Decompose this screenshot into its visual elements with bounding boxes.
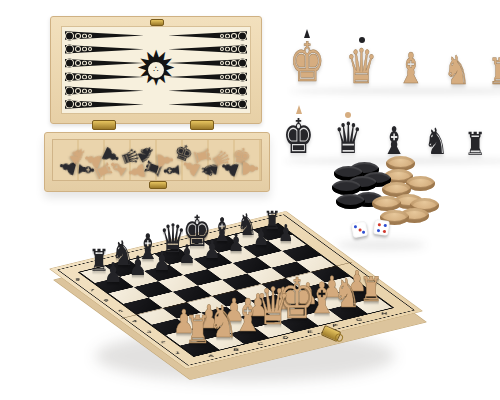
point-disc-icon <box>82 47 87 52</box>
point-disc-icon <box>225 47 230 52</box>
point-disc-icon <box>75 88 81 94</box>
die-pip-icon <box>383 223 386 226</box>
point-disc-icon <box>238 59 247 68</box>
point-disc-icon <box>231 74 237 80</box>
jumbled-pieces-pile: ♟♞♝♟♜♟♝♛♟♞♜♟♝♚♟♜♞♛♟♚♟ <box>52 139 262 181</box>
wood-checker-piece[interactable] <box>372 196 401 211</box>
die-pip-icon <box>382 229 385 232</box>
sun-core-icon: ∴ <box>146 60 166 80</box>
die-pip-icon <box>354 225 357 228</box>
finial-ball-icon <box>359 37 365 43</box>
point-disc-icon <box>88 47 92 51</box>
rank-label-7: 7 <box>84 289 100 292</box>
black-queen-piece[interactable]: ♛ <box>329 117 368 160</box>
point-disc-icon <box>231 46 237 52</box>
point-disc-icon <box>65 100 74 109</box>
black-king-piece[interactable]: ♚ <box>277 112 320 160</box>
point-disc-icon <box>238 100 247 109</box>
king-glyph-icon: ♚ <box>283 112 315 160</box>
point-disc-icon <box>238 72 247 81</box>
point-disc-icon <box>231 88 237 94</box>
lid-latch <box>150 19 164 26</box>
point-disc-icon <box>225 61 230 66</box>
point-disc-icon <box>82 102 87 107</box>
backgammon-point <box>168 30 247 41</box>
file-label-g: G <box>345 318 374 321</box>
tray-clasp <box>149 181 167 189</box>
backgammon-board: ✹ ∴ <box>61 26 251 114</box>
black-bishop-piece[interactable]: ♝ <box>377 122 411 160</box>
point-disc-icon <box>75 101 81 107</box>
backgammon-point <box>65 30 144 41</box>
black-knight-piece[interactable]: ♞ <box>420 124 452 160</box>
finial-spike-icon <box>296 105 302 114</box>
point-disc-icon <box>220 61 224 65</box>
point-disc-icon <box>82 33 87 38</box>
white-king-piece[interactable]: ♚ <box>283 36 331 90</box>
bishop-glyph-icon: ♝ <box>397 48 425 90</box>
white-bishop-piece[interactable]: ♝ <box>392 48 430 90</box>
backgammon-point <box>168 99 247 110</box>
point-disc-icon <box>65 45 74 54</box>
point-disc-icon <box>225 102 230 107</box>
file-label-a: A <box>197 354 226 357</box>
box-tray: ♟♞♝♟♜♟♝♛♟♞♜♟♝♚♟♜♞♛♟♚♟ <box>44 132 270 192</box>
point-disc-icon <box>220 34 224 38</box>
file-label-h: H <box>370 312 399 315</box>
file-label-e: E <box>296 330 325 333</box>
file-label-c: C <box>246 342 275 345</box>
backgammon-lid: ✹ ∴ <box>50 16 262 124</box>
black-checker-piece[interactable] <box>332 180 361 195</box>
point-disc-icon <box>231 33 237 39</box>
bishop-glyph-icon: ♝ <box>381 122 406 160</box>
point-disc-icon <box>220 75 224 79</box>
rank-label-2: 2 <box>155 341 171 344</box>
point-disc-icon <box>231 60 237 66</box>
rank-label-6: 6 <box>98 299 114 302</box>
point-disc-icon <box>225 33 230 38</box>
point-disc-icon <box>88 61 92 65</box>
point-disc-icon <box>220 47 224 51</box>
rank-label-1: 1 <box>170 351 186 354</box>
point-disc-icon <box>88 89 92 93</box>
rank-label-5: 5 <box>113 310 129 313</box>
black-rook-piece[interactable]: ♜ <box>461 128 490 160</box>
product-photo-scene: ✹ ∴ ♟♞♝♟♜♟♝♛♟♞♜♟♝♚♟♜♞♛♟♚♟ ♚♛♝♞♜♟ ♚♛♝♞♜♟ … <box>0 0 500 400</box>
finial-ball-icon <box>345 112 351 118</box>
point-disc-icon <box>82 61 87 66</box>
rank-label-8: 8 <box>70 278 86 281</box>
point-disc-icon <box>220 102 224 106</box>
hinge-icon <box>92 120 116 130</box>
rook-glyph-icon: ♜ <box>465 128 486 160</box>
point-disc-icon <box>225 88 230 93</box>
hinge-icon <box>190 120 214 130</box>
queen-glyph-icon: ♛ <box>346 42 378 90</box>
jumbled-pawn-icon: ♟ <box>239 159 260 178</box>
point-disc-icon <box>65 72 74 81</box>
point-disc-icon <box>88 75 92 79</box>
die-pip-icon <box>358 228 361 231</box>
knight-glyph-icon: ♞ <box>424 124 448 160</box>
point-disc-icon <box>65 31 74 40</box>
point-disc-icon <box>75 74 81 80</box>
point-disc-icon <box>82 74 87 79</box>
die-pip-icon <box>376 228 379 231</box>
point-disc-icon <box>65 86 74 95</box>
white-rook-piece[interactable]: ♜ <box>484 54 500 90</box>
file-label-d: D <box>271 336 300 339</box>
knight-glyph-icon: ♞ <box>444 50 471 90</box>
point-disc-icon <box>88 34 92 38</box>
point-disc-icon <box>238 86 247 95</box>
white-queen-piece[interactable]: ♛ <box>340 42 383 90</box>
queen-glyph-icon: ♛ <box>334 117 363 160</box>
sun-ornament: ✹ ∴ <box>130 44 182 96</box>
white-pieces-row: ♚♛♝♞♜♟ <box>283 14 500 90</box>
rank-label-4: 4 <box>127 320 143 323</box>
point-disc-icon <box>225 74 230 79</box>
point-disc-icon <box>75 60 81 66</box>
rook-glyph-icon: ♜ <box>488 54 500 90</box>
checkers-pile <box>328 156 440 264</box>
point-disc-icon <box>65 59 74 68</box>
die[interactable] <box>351 221 368 238</box>
file-label-b: B <box>222 348 250 351</box>
point-disc-icon <box>75 46 81 52</box>
black-checker-piece[interactable] <box>336 194 365 209</box>
point-disc-icon <box>75 33 81 39</box>
rank-label-3: 3 <box>141 330 157 333</box>
black-pieces-row: ♚♛♝♞♜♟ <box>277 96 500 160</box>
point-disc-icon <box>238 31 247 40</box>
wooden-box-open: ✹ ∴ ♟♞♝♟♜♟♝♛♟♞♜♟♝♚♟♜♞♛♟♚♟ <box>40 10 272 196</box>
point-disc-icon <box>82 88 87 93</box>
point-disc-icon <box>231 101 237 107</box>
king-glyph-icon: ♚ <box>289 36 325 90</box>
backgammon-point <box>65 99 144 110</box>
die-pip-icon <box>377 222 380 225</box>
point-disc-icon <box>88 102 92 106</box>
point-disc-icon <box>220 89 224 93</box>
finial-spike-icon <box>304 29 310 38</box>
point-disc-icon <box>238 45 247 54</box>
white-knight-piece[interactable]: ♞ <box>439 50 475 90</box>
die-pip-icon <box>362 231 365 234</box>
die[interactable] <box>373 219 390 236</box>
